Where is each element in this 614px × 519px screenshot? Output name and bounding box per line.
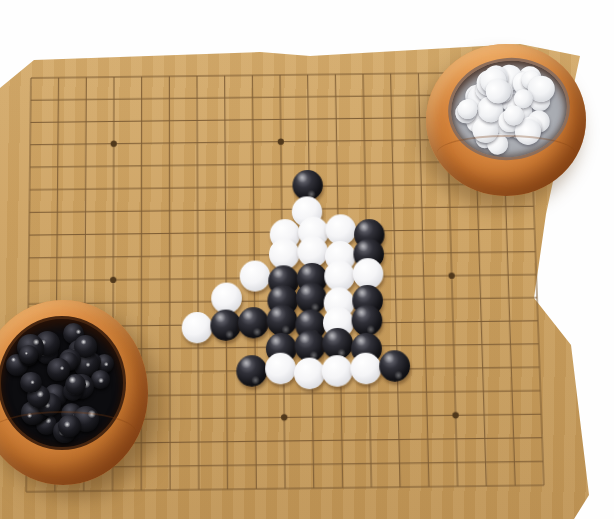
white-stones-heap (446, 54, 573, 163)
bowl-black-stone (73, 406, 99, 432)
bowl-white-stone (486, 133, 510, 157)
bowl-black-stone (65, 374, 86, 395)
black-bowl-opening (0, 316, 126, 450)
bowl-black-stone (61, 403, 82, 424)
go-scene (0, 0, 614, 519)
bowl-black-stone (53, 420, 76, 443)
bowl-black-stone (20, 372, 41, 393)
white-stone (293, 357, 324, 389)
bowl-black-stone (58, 415, 80, 437)
white-stone-bowl (426, 44, 586, 196)
bowl-black-stone (36, 414, 57, 435)
white-stone (265, 352, 296, 384)
white-stone (350, 352, 381, 384)
black-stones-heap (1, 319, 123, 447)
white-bowl-opening (442, 51, 576, 167)
black-stone (379, 350, 411, 382)
bowl-black-stone (19, 345, 38, 364)
